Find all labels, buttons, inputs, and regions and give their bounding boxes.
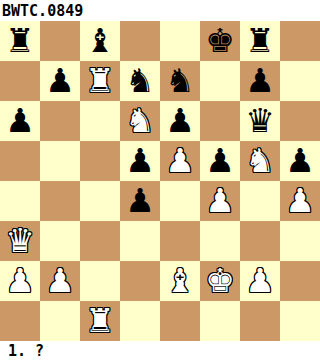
square-c5[interactable] — [80, 141, 120, 181]
piece-black-pawn: ♟ — [245, 61, 275, 101]
square-e1[interactable] — [160, 301, 200, 341]
piece-white-knight: ♞ — [245, 141, 275, 181]
move-prompt: 1. ? — [0, 341, 320, 360]
square-d6[interactable]: ♞ — [120, 101, 160, 141]
square-e7[interactable]: ♞ — [160, 61, 200, 101]
square-b8[interactable] — [40, 21, 80, 61]
square-e5[interactable]: ♟ — [160, 141, 200, 181]
square-e8[interactable] — [160, 21, 200, 61]
square-d7[interactable]: ♞ — [120, 61, 160, 101]
square-e4[interactable] — [160, 181, 200, 221]
square-f1[interactable] — [200, 301, 240, 341]
square-h2[interactable] — [280, 261, 320, 301]
square-c8[interactable]: ♝ — [80, 21, 120, 61]
square-g1[interactable] — [240, 301, 280, 341]
square-a3[interactable]: ♛ — [0, 221, 40, 261]
square-h5[interactable]: ♟ — [280, 141, 320, 181]
piece-black-pawn: ♟ — [125, 181, 155, 221]
square-a4[interactable] — [0, 181, 40, 221]
piece-white-pawn: ♟ — [245, 261, 275, 301]
piece-black-pawn: ♟ — [5, 101, 35, 141]
square-d2[interactable] — [120, 261, 160, 301]
piece-white-pawn: ♟ — [285, 181, 315, 221]
piece-black-pawn: ♟ — [205, 141, 235, 181]
piece-white-king: ♚ — [205, 261, 235, 301]
square-b1[interactable] — [40, 301, 80, 341]
square-d3[interactable] — [120, 221, 160, 261]
piece-black-rook: ♜ — [5, 21, 35, 61]
square-f3[interactable] — [200, 221, 240, 261]
piece-white-pawn: ♟ — [205, 181, 235, 221]
square-c1[interactable]: ♜ — [80, 301, 120, 341]
piece-black-king: ♚ — [205, 21, 235, 61]
piece-black-bishop: ♝ — [85, 21, 115, 61]
piece-white-queen: ♛ — [5, 221, 35, 261]
puzzle-title: BWTC.0849 — [0, 0, 320, 21]
piece-black-pawn: ♟ — [125, 141, 155, 181]
square-h1[interactable] — [280, 301, 320, 341]
square-h4[interactable]: ♟ — [280, 181, 320, 221]
square-g3[interactable] — [240, 221, 280, 261]
piece-white-rook: ♜ — [85, 61, 115, 101]
square-b2[interactable]: ♟ — [40, 261, 80, 301]
square-e3[interactable] — [160, 221, 200, 261]
chess-board: ♜♝♚♜♟♜♞♞♟♟♞♟♛♟♟♟♞♟♟♟♟♛♟♟♝♚♟♜ — [0, 21, 320, 341]
piece-white-pawn: ♟ — [165, 141, 195, 181]
square-f5[interactable]: ♟ — [200, 141, 240, 181]
square-e6[interactable]: ♟ — [160, 101, 200, 141]
square-h6[interactable] — [280, 101, 320, 141]
piece-white-bishop: ♝ — [165, 261, 195, 301]
square-g5[interactable]: ♞ — [240, 141, 280, 181]
square-f4[interactable]: ♟ — [200, 181, 240, 221]
square-c6[interactable] — [80, 101, 120, 141]
square-b4[interactable] — [40, 181, 80, 221]
square-b5[interactable] — [40, 141, 80, 181]
square-f6[interactable] — [200, 101, 240, 141]
square-d4[interactable]: ♟ — [120, 181, 160, 221]
square-c4[interactable] — [80, 181, 120, 221]
square-h7[interactable] — [280, 61, 320, 101]
square-c2[interactable] — [80, 261, 120, 301]
square-a1[interactable] — [0, 301, 40, 341]
square-a8[interactable]: ♜ — [0, 21, 40, 61]
piece-white-pawn: ♟ — [5, 261, 35, 301]
square-h8[interactable] — [280, 21, 320, 61]
square-d1[interactable] — [120, 301, 160, 341]
piece-black-queen: ♛ — [245, 101, 275, 141]
square-a6[interactable]: ♟ — [0, 101, 40, 141]
piece-black-rook: ♜ — [245, 21, 275, 61]
square-b7[interactable]: ♟ — [40, 61, 80, 101]
piece-black-pawn: ♟ — [45, 61, 75, 101]
piece-white-knight: ♞ — [125, 101, 155, 141]
square-e2[interactable]: ♝ — [160, 261, 200, 301]
square-g7[interactable]: ♟ — [240, 61, 280, 101]
square-a7[interactable] — [0, 61, 40, 101]
square-d5[interactable]: ♟ — [120, 141, 160, 181]
square-h3[interactable] — [280, 221, 320, 261]
piece-black-knight: ♞ — [165, 61, 195, 101]
square-g2[interactable]: ♟ — [240, 261, 280, 301]
piece-black-pawn: ♟ — [285, 141, 315, 181]
square-a5[interactable] — [0, 141, 40, 181]
piece-black-knight: ♞ — [125, 61, 155, 101]
square-g6[interactable]: ♛ — [240, 101, 280, 141]
square-c3[interactable] — [80, 221, 120, 261]
square-d8[interactable] — [120, 21, 160, 61]
square-b3[interactable] — [40, 221, 80, 261]
square-f8[interactable]: ♚ — [200, 21, 240, 61]
square-a2[interactable]: ♟ — [0, 261, 40, 301]
square-g8[interactable]: ♜ — [240, 21, 280, 61]
square-c7[interactable]: ♜ — [80, 61, 120, 101]
square-f2[interactable]: ♚ — [200, 261, 240, 301]
piece-black-pawn: ♟ — [165, 101, 195, 141]
square-b6[interactable] — [40, 101, 80, 141]
piece-white-rook: ♜ — [85, 301, 115, 341]
piece-white-pawn: ♟ — [45, 261, 75, 301]
square-f7[interactable] — [200, 61, 240, 101]
square-g4[interactable] — [240, 181, 280, 221]
